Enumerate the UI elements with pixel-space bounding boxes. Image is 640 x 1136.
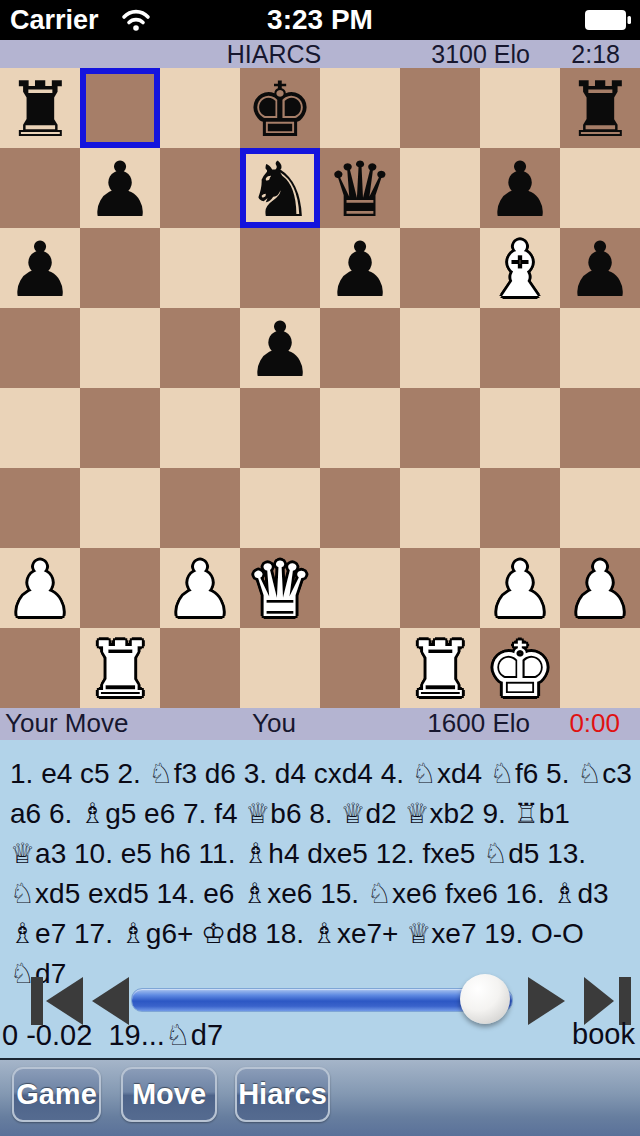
white-pawn-piece[interactable]: ♟: [560, 548, 640, 628]
opponent-elo: 3100 Elo: [431, 40, 530, 68]
square-e1[interactable]: [320, 628, 400, 708]
square-h3[interactable]: [560, 468, 640, 548]
black-rook-piece[interactable]: ♜: [560, 68, 640, 148]
status-time: 3:23 PM: [267, 4, 373, 36]
eval-text: 0 -0.02 19...♘d7: [2, 1018, 223, 1052]
square-h6[interactable]: ♟: [560, 228, 640, 308]
square-g2[interactable]: ♟: [480, 548, 560, 628]
square-f8[interactable]: [400, 68, 480, 148]
black-rook-piece[interactable]: ♜: [0, 68, 80, 148]
square-f1[interactable]: ♜: [400, 628, 480, 708]
square-g1[interactable]: ♚: [480, 628, 560, 708]
player-elo: 1600 Elo: [427, 708, 530, 739]
black-pawn-piece[interactable]: ♟: [320, 228, 400, 308]
square-b8[interactable]: [80, 68, 160, 148]
wifi-icon: [120, 8, 152, 32]
square-h2[interactable]: ♟: [560, 548, 640, 628]
opponent-clock: 2:18: [571, 40, 620, 68]
square-d1[interactable]: [240, 628, 320, 708]
player-clock: 0:00: [569, 708, 620, 739]
square-e6[interactable]: ♟: [320, 228, 400, 308]
hiarcs-button[interactable]: Hiarcs: [235, 1067, 330, 1122]
square-e2[interactable]: [320, 548, 400, 628]
white-pawn-piece[interactable]: ♟: [480, 548, 560, 628]
square-g4[interactable]: [480, 388, 560, 468]
square-a4[interactable]: [0, 388, 80, 468]
square-d6[interactable]: [240, 228, 320, 308]
square-e8[interactable]: [320, 68, 400, 148]
square-g7[interactable]: ♟: [480, 148, 560, 228]
square-d5[interactable]: ♟: [240, 308, 320, 388]
square-b1[interactable]: ♜: [80, 628, 160, 708]
square-h4[interactable]: [560, 388, 640, 468]
square-d7[interactable]: ♞: [240, 148, 320, 228]
player-name: You: [252, 708, 296, 739]
square-e3[interactable]: [320, 468, 400, 548]
square-e7[interactable]: ♛: [320, 148, 400, 228]
square-f6[interactable]: [400, 228, 480, 308]
square-c8[interactable]: [160, 68, 240, 148]
move-button[interactable]: Move: [121, 1067, 217, 1122]
square-a7[interactable]: [0, 148, 80, 228]
white-rook-piece[interactable]: ♜: [400, 628, 480, 708]
square-b6[interactable]: [80, 228, 160, 308]
black-pawn-piece[interactable]: ♟: [80, 148, 160, 228]
book-label: book: [572, 1018, 635, 1051]
square-b7[interactable]: ♟: [80, 148, 160, 228]
square-a5[interactable]: [0, 308, 80, 388]
square-e4[interactable]: [320, 388, 400, 468]
square-c7[interactable]: [160, 148, 240, 228]
square-d4[interactable]: [240, 388, 320, 468]
black-queen-piece[interactable]: ♛: [320, 148, 400, 228]
square-g6[interactable]: ♝: [480, 228, 560, 308]
square-h8[interactable]: ♜: [560, 68, 640, 148]
game-button[interactable]: Game: [12, 1067, 101, 1122]
square-c2[interactable]: ♟: [160, 548, 240, 628]
white-rook-piece[interactable]: ♜: [80, 628, 160, 708]
white-pawn-piece[interactable]: ♟: [0, 548, 80, 628]
carrier-label: Carrier: [10, 5, 99, 36]
opponent-bar: HIARCS 3100 Elo 2:18: [0, 40, 640, 68]
square-f4[interactable]: [400, 388, 480, 468]
move-list: 1. e4 c5 2. ♘f3 d6 3. d4 cxd4 4. ♘xd4 ♘f…: [0, 740, 640, 994]
chess-board[interactable]: ♜♚♜♟♞♛♟♟♟♝♟♟♟♟♛♟♟♜♜♚: [0, 68, 640, 708]
white-bishop-piece[interactable]: ♝: [480, 228, 560, 308]
square-d8[interactable]: ♚: [240, 68, 320, 148]
square-a3[interactable]: [0, 468, 80, 548]
turn-status: Your Move: [5, 708, 128, 739]
square-b5[interactable]: [80, 308, 160, 388]
square-e5[interactable]: [320, 308, 400, 388]
square-a1[interactable]: [0, 628, 80, 708]
square-f2[interactable]: [400, 548, 480, 628]
opponent-name: HIARCS: [227, 40, 321, 68]
square-h7[interactable]: [560, 148, 640, 228]
square-c6[interactable]: [160, 228, 240, 308]
square-c5[interactable]: [160, 308, 240, 388]
square-a8[interactable]: ♜: [0, 68, 80, 148]
square-c3[interactable]: [160, 468, 240, 548]
square-g8[interactable]: [480, 68, 560, 148]
square-d2[interactable]: ♛: [240, 548, 320, 628]
square-d3[interactable]: [240, 468, 320, 548]
player-bar: Your Move You 1600 Elo 0:00: [0, 708, 640, 740]
step-forward-button[interactable]: [528, 977, 565, 1025]
hiarcs-chess-app: Carrier 3:23 PM HIARCS 3100 Elo 2:18 ♜♚♜…: [0, 0, 640, 1136]
white-king-piece[interactable]: ♚: [480, 628, 560, 708]
square-f7[interactable]: [400, 148, 480, 228]
square-b2[interactable]: [80, 548, 160, 628]
black-pawn-piece[interactable]: ♟: [240, 308, 320, 388]
bottom-toolbar: Game Move Hiarcs ↷ ↷ ?: [0, 1058, 640, 1136]
square-h5[interactable]: [560, 308, 640, 388]
white-pawn-piece[interactable]: ♟: [160, 548, 240, 628]
black-pawn-piece[interactable]: ♟: [480, 148, 560, 228]
black-king-piece[interactable]: ♚: [240, 68, 320, 148]
black-pawn-piece[interactable]: ♟: [560, 228, 640, 308]
moves-panel: 1. e4 c5 2. ♘f3 d6 3. d4 cxd4 4. ♘xd4 ♘f…: [0, 740, 640, 1058]
square-a6[interactable]: ♟: [0, 228, 80, 308]
square-f3[interactable]: [400, 468, 480, 548]
square-f5[interactable]: [400, 308, 480, 388]
square-g3[interactable]: [480, 468, 560, 548]
square-b3[interactable]: [80, 468, 160, 548]
black-pawn-piece[interactable]: ♟: [0, 228, 80, 308]
square-c4[interactable]: [160, 388, 240, 468]
square-a2[interactable]: ♟: [0, 548, 80, 628]
battery-icon: [584, 8, 632, 32]
square-c1[interactable]: [160, 628, 240, 708]
black-knight-piece[interactable]: ♞: [240, 148, 320, 228]
white-queen-piece[interactable]: ♛: [240, 548, 320, 628]
square-h1[interactable]: [560, 628, 640, 708]
status-bar: Carrier 3:23 PM: [0, 0, 640, 40]
slider-thumb[interactable]: [460, 974, 510, 1024]
game-position-slider[interactable]: [131, 988, 513, 1012]
square-g5[interactable]: [480, 308, 560, 388]
square-b4[interactable]: [80, 388, 160, 468]
